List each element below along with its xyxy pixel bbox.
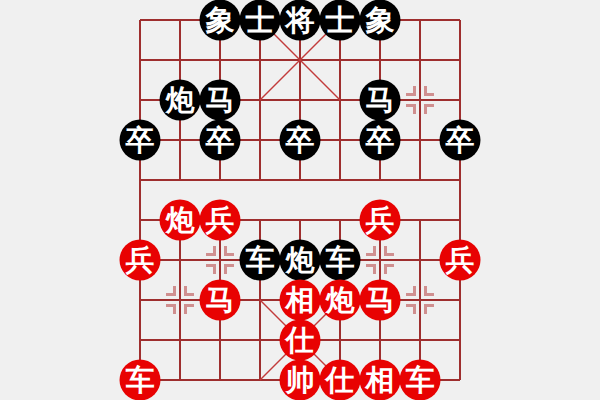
piece-black-advisor[interactable]: 士 (240, 0, 281, 41)
piece-red-cannon[interactable]: 炮 (320, 280, 361, 321)
piece-red-horse[interactable]: 马 (360, 280, 401, 321)
piece-black-elephant[interactable]: 象 (200, 0, 241, 41)
piece-red-elephant[interactable]: 相 (360, 360, 401, 400)
piece-black-king[interactable]: 将 (280, 0, 321, 41)
piece-black-horse[interactable]: 马 (200, 80, 241, 121)
piece-red-pawn[interactable]: 兵 (440, 240, 481, 281)
piece-black-pawn[interactable]: 卒 (120, 120, 161, 161)
piece-red-king[interactable]: 帅 (280, 360, 321, 400)
piece-black-pawn[interactable]: 卒 (360, 120, 401, 161)
piece-red-pawn[interactable]: 兵 (200, 200, 241, 241)
piece-red-pawn[interactable]: 兵 (360, 200, 401, 241)
piece-red-rook[interactable]: 车 (120, 360, 161, 400)
piece-red-horse[interactable]: 马 (200, 280, 241, 321)
piece-red-cannon[interactable]: 炮 (160, 200, 201, 241)
piece-black-pawn[interactable]: 卒 (440, 120, 481, 161)
piece-red-advisor[interactable]: 仕 (320, 360, 361, 400)
xiangqi-board: 象士将士象炮马马卒卒卒卒卒车炮车炮兵兵兵兵马相炮马仕车帅仕相车 (0, 0, 600, 400)
piece-black-rook[interactable]: 车 (320, 240, 361, 281)
piece-black-rook[interactable]: 车 (240, 240, 281, 281)
piece-red-pawn[interactable]: 兵 (120, 240, 161, 281)
piece-black-cannon[interactable]: 炮 (160, 80, 201, 121)
piece-red-elephant[interactable]: 相 (280, 280, 321, 321)
piece-red-rook[interactable]: 车 (400, 360, 441, 400)
piece-black-pawn[interactable]: 卒 (200, 120, 241, 161)
piece-black-elephant[interactable]: 象 (360, 0, 401, 41)
piece-black-horse[interactable]: 马 (360, 80, 401, 121)
piece-black-cannon[interactable]: 炮 (280, 240, 321, 281)
piece-black-pawn[interactable]: 卒 (280, 120, 321, 161)
piece-red-advisor[interactable]: 仕 (280, 320, 321, 361)
piece-black-advisor[interactable]: 士 (320, 0, 361, 41)
